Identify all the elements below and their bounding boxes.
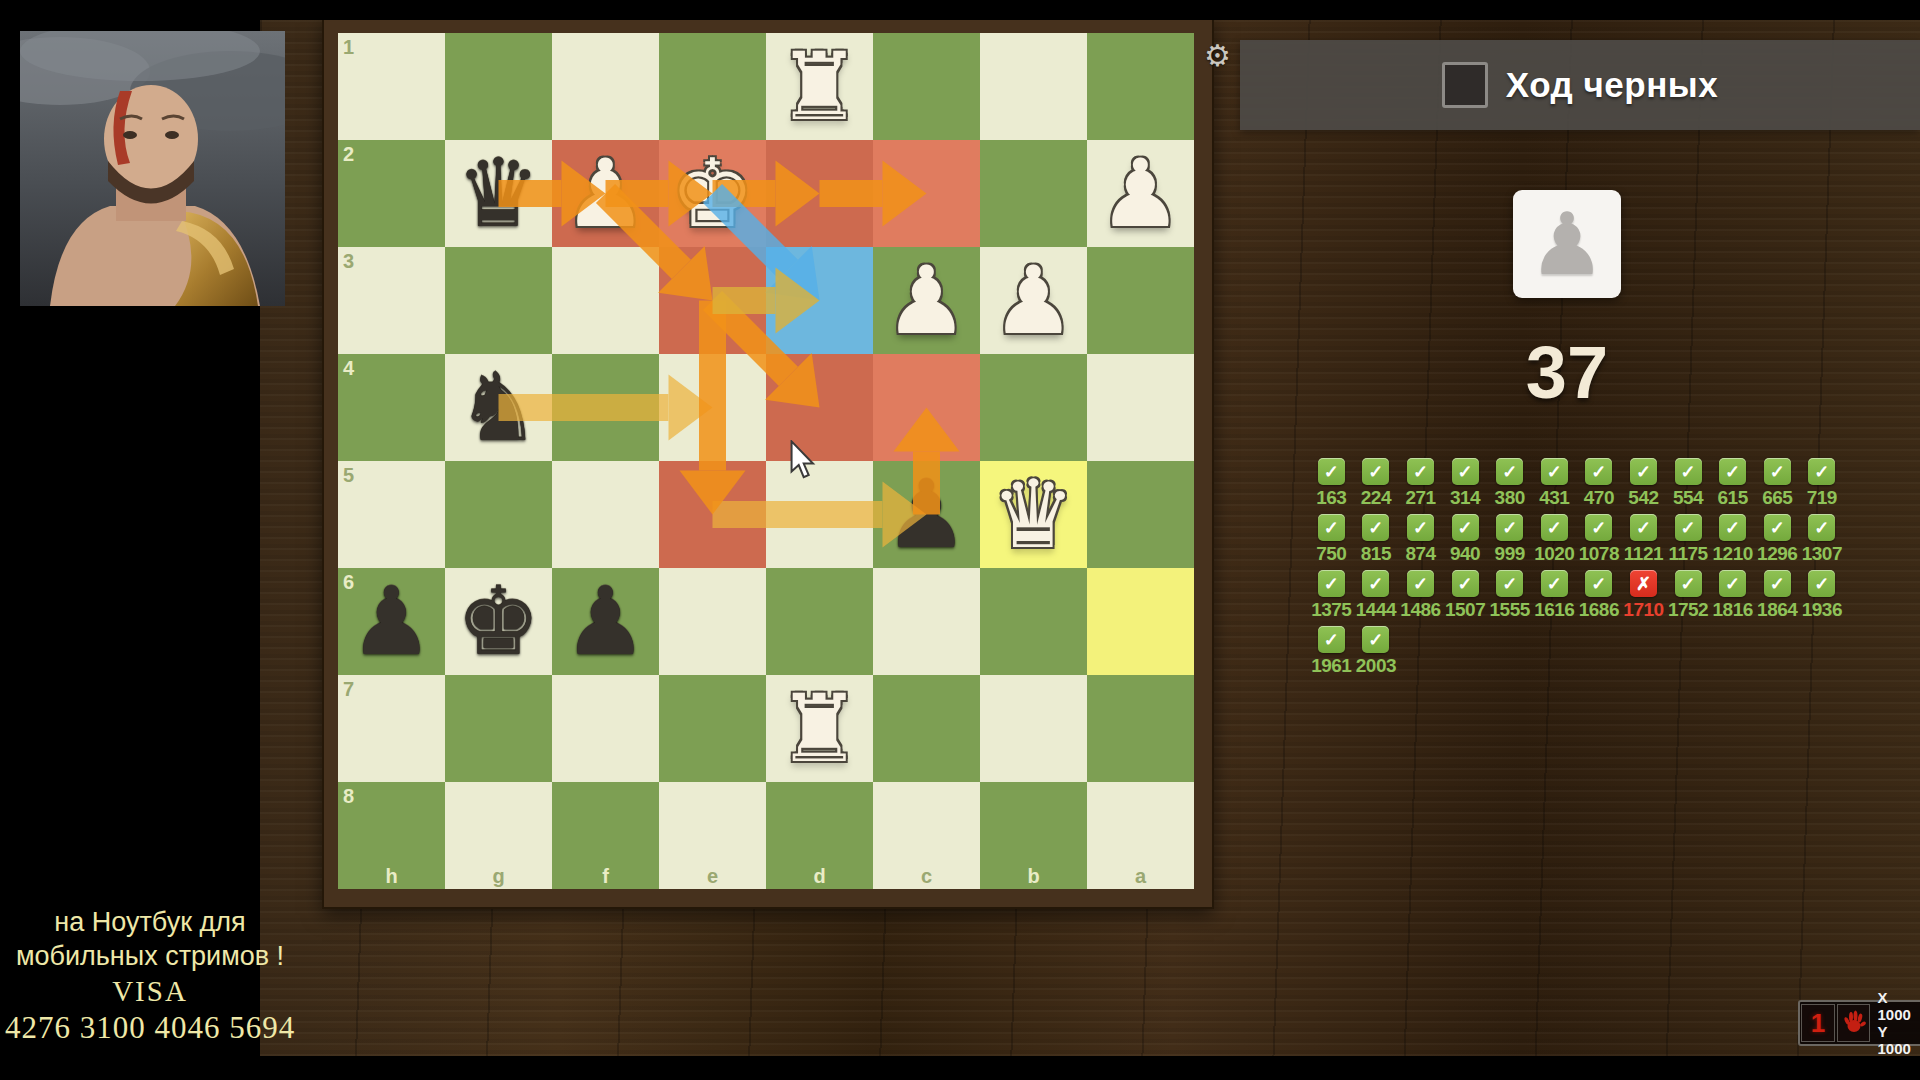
attempt-rating: 1375 [1311, 599, 1351, 621]
check-icon: ✓ [1407, 458, 1434, 485]
square-h7[interactable]: 7 [338, 675, 445, 782]
square-a5[interactable] [1087, 461, 1194, 568]
attempt-1816[interactable]: ✓1816 [1710, 570, 1755, 626]
black-turn-swatch [1442, 62, 1488, 108]
square-f1[interactable] [552, 33, 659, 140]
attempt-1210[interactable]: ✓1210 [1710, 514, 1755, 570]
donation-line-1: на Ноутбук для [0, 905, 300, 939]
attempt-1616[interactable]: ✓1616 [1532, 570, 1577, 626]
square-e8[interactable]: e [659, 782, 766, 889]
bottom-black-bar [0, 1056, 1920, 1080]
file-label-e: e [707, 865, 718, 888]
attempt-999[interactable]: ✓999 [1487, 514, 1532, 570]
attempt-rating: 163 [1316, 487, 1346, 509]
attempt-rating: 1710 [1623, 599, 1663, 621]
attempt-1864[interactable]: ✓1864 [1755, 570, 1800, 626]
square-a6[interactable] [1087, 568, 1194, 675]
square-a1[interactable] [1087, 33, 1194, 140]
square-b8[interactable]: b [980, 782, 1087, 889]
white-rook-d7[interactable]: ♜ [766, 675, 873, 782]
square-g4[interactable]: ♞ [445, 354, 552, 461]
square-a7[interactable] [1087, 675, 1194, 782]
attempt-314[interactable]: ✓314 [1443, 458, 1488, 514]
attempt-1175[interactable]: ✓1175 [1666, 514, 1711, 570]
square-g7[interactable] [445, 675, 552, 782]
check-icon: ✓ [1764, 514, 1791, 541]
attempt-1444[interactable]: ✓1444 [1354, 570, 1399, 626]
mouse-cursor [788, 440, 818, 480]
attempt-163[interactable]: ✓163 [1309, 458, 1354, 514]
check-icon: ✓ [1719, 570, 1746, 597]
square-f6[interactable]: ♟ [552, 568, 659, 675]
donation-line-2: мобильных стримов ! [0, 939, 300, 973]
white-pawn-f2[interactable]: ♟ [552, 140, 659, 247]
black-king-g6[interactable]: ♚ [445, 568, 552, 675]
attempt-rating: 1555 [1490, 599, 1530, 621]
square-b3[interactable]: ♟ [980, 247, 1087, 354]
attempt-rating: 1121 [1624, 543, 1663, 565]
file-label-g: g [492, 865, 504, 888]
check-icon: ✓ [1318, 626, 1345, 653]
square-c8[interactable]: c [873, 782, 980, 889]
streamer-avatar [20, 31, 285, 306]
square-b1[interactable] [980, 33, 1087, 140]
square-f2[interactable]: ♟ [552, 140, 659, 247]
square-g2[interactable]: ♛ [445, 140, 552, 247]
check-icon: ✓ [1585, 458, 1612, 485]
check-icon: ✓ [1318, 514, 1345, 541]
square-e5[interactable] [659, 461, 766, 568]
attempt-rating: 380 [1495, 487, 1525, 509]
gear-icon[interactable]: ⚙ [1204, 38, 1240, 74]
check-icon: ✓ [1362, 514, 1389, 541]
square-f4[interactable] [552, 354, 659, 461]
attempt-rating: 1507 [1445, 599, 1485, 621]
square-h4[interactable]: 4 [338, 354, 445, 461]
attempt-1936[interactable]: ✓1936 [1800, 570, 1845, 626]
attempt-1020[interactable]: ✓1020 [1532, 514, 1577, 570]
attempt-1507[interactable]: ✓1507 [1443, 570, 1488, 626]
check-icon: ✓ [1764, 570, 1791, 597]
file-label-f: f [602, 865, 609, 888]
square-c3[interactable]: ♟ [873, 247, 980, 354]
square-c6[interactable] [873, 568, 980, 675]
attempt-rating: 1078 [1579, 543, 1619, 565]
square-e6[interactable] [659, 568, 766, 675]
attempt-rating: 1816 [1713, 599, 1753, 621]
counter-y-label: Y 1000 [1877, 1023, 1919, 1057]
bloody-hand-icon [1837, 1004, 1871, 1042]
rank-label-3: 3 [343, 250, 354, 273]
rank-label-5: 5 [343, 464, 354, 487]
puzzle-piece-card: ♟ [1513, 190, 1621, 298]
file-label-a: a [1135, 865, 1146, 888]
square-d6[interactable] [766, 568, 873, 675]
square-d7[interactable]: ♜ [766, 675, 873, 782]
turn-indicator-bar: Ход черных [1240, 40, 1920, 130]
attempt-542[interactable]: ✓542 [1621, 458, 1666, 514]
attempt-1961[interactable]: ✓1961 [1309, 626, 1354, 682]
check-icon: ✓ [1808, 514, 1835, 541]
attempt-rating: 224 [1361, 487, 1391, 509]
attempt-874[interactable]: ✓874 [1398, 514, 1443, 570]
attempt-615[interactable]: ✓615 [1710, 458, 1755, 514]
attempt-rating: 874 [1405, 543, 1435, 565]
attempt-rating: 2003 [1356, 655, 1396, 677]
attempt-1752[interactable]: ✓1752 [1666, 570, 1711, 626]
counter-badge: 1 [1801, 1004, 1835, 1042]
attempt-1555[interactable]: ✓1555 [1487, 570, 1532, 626]
puzzle-attempts-grid: ✓163✓224✓271✓314✓380✓431✓470✓542✓554✓615… [1309, 458, 1844, 682]
square-d4[interactable] [766, 354, 873, 461]
attempt-rating: 940 [1450, 543, 1480, 565]
check-icon: ✓ [1630, 514, 1657, 541]
attempt-554[interactable]: ✓554 [1666, 458, 1711, 514]
square-b5[interactable]: ♛ [980, 461, 1087, 568]
attempt-rating: 470 [1584, 487, 1614, 509]
check-icon: ✓ [1452, 458, 1479, 485]
black-pawn-f6[interactable]: ♟ [552, 568, 659, 675]
check-icon: ✓ [1496, 458, 1523, 485]
attempt-rating: 665 [1762, 487, 1792, 509]
attempt-1078[interactable]: ✓1078 [1577, 514, 1622, 570]
black-knight-g4[interactable]: ♞ [445, 354, 552, 461]
attempt-rating: 1307 [1802, 543, 1842, 565]
attempt-1686[interactable]: ✓1686 [1577, 570, 1622, 626]
attempt-2003[interactable]: ✓2003 [1354, 626, 1399, 682]
attempt-1375[interactable]: ✓1375 [1309, 570, 1354, 626]
white-queen-b5[interactable]: ♛ [980, 461, 1087, 568]
attempt-665[interactable]: ✓665 [1755, 458, 1800, 514]
rank-label-6: 6 [343, 571, 354, 594]
attempt-rating: 271 [1405, 487, 1435, 509]
attempt-rating: 615 [1718, 487, 1748, 509]
rank-label-2: 2 [343, 143, 354, 166]
move-number: 37 [1467, 330, 1667, 415]
square-d1[interactable]: ♜ [766, 33, 873, 140]
check-icon: ✓ [1719, 514, 1746, 541]
square-g8[interactable]: g [445, 782, 552, 889]
square-e1[interactable] [659, 33, 766, 140]
square-g6[interactable]: ♚ [445, 568, 552, 675]
file-label-d: d [813, 865, 825, 888]
rank-label-1: 1 [343, 36, 354, 59]
square-h1[interactable]: 1 [338, 33, 445, 140]
black-queen-g2[interactable]: ♛ [445, 140, 552, 247]
square-e4[interactable] [659, 354, 766, 461]
attempt-1486[interactable]: ✓1486 [1398, 570, 1443, 626]
attempt-rating: 1020 [1534, 543, 1574, 565]
square-c1[interactable] [873, 33, 980, 140]
file-label-c: c [921, 865, 932, 888]
file-label-h: h [385, 865, 397, 888]
white-king-e2[interactable]: ♚ [659, 140, 766, 247]
check-icon: ✓ [1675, 514, 1702, 541]
counter-widget: 1 X 1000 Y 1000 [1798, 1000, 1920, 1046]
square-g5[interactable] [445, 461, 552, 568]
square-g1[interactable] [445, 33, 552, 140]
check-icon: ✓ [1541, 514, 1568, 541]
square-a2[interactable]: ♟ [1087, 140, 1194, 247]
check-icon: ✓ [1407, 570, 1434, 597]
check-icon: ✓ [1362, 570, 1389, 597]
check-icon: ✓ [1318, 458, 1345, 485]
square-f7[interactable] [552, 675, 659, 782]
attempt-rating: 314 [1450, 487, 1480, 509]
square-c2[interactable] [873, 140, 980, 247]
attempt-rating: 1296 [1757, 543, 1797, 565]
attempt-rating: 750 [1316, 543, 1346, 565]
attempt-rating: 815 [1361, 543, 1391, 565]
attempt-1710[interactable]: ✗1710 [1621, 570, 1666, 626]
attempt-815[interactable]: ✓815 [1354, 514, 1399, 570]
stream-frame: { "game": "chess", "position": { "fen": … [0, 0, 1920, 1080]
attempt-940[interactable]: ✓940 [1443, 514, 1488, 570]
square-e7[interactable] [659, 675, 766, 782]
square-d5[interactable] [766, 461, 873, 568]
left-black-column: на Ноутбук для мобильных стримов ! VISA … [0, 0, 260, 1080]
check-icon: ✓ [1675, 458, 1702, 485]
attempt-1307[interactable]: ✓1307 [1800, 514, 1845, 570]
rank-label-4: 4 [343, 357, 354, 380]
square-c7[interactable] [873, 675, 980, 782]
turn-label: Ход черных [1506, 65, 1718, 105]
attempt-1296[interactable]: ✓1296 [1755, 514, 1800, 570]
attempt-224[interactable]: ✓224 [1354, 458, 1399, 514]
check-icon: ✓ [1764, 458, 1791, 485]
donation-card-number: 4276 3100 4046 5694 [0, 1009, 300, 1047]
attempt-rating: 1175 [1668, 543, 1707, 565]
black-pawn-c5[interactable]: ♟ [873, 461, 980, 568]
check-icon: ✓ [1675, 570, 1702, 597]
counter-x-label: X 1000 [1877, 989, 1919, 1023]
check-icon: ✓ [1585, 570, 1612, 597]
square-d3[interactable] [766, 247, 873, 354]
square-h6[interactable]: 6♟ [338, 568, 445, 675]
check-icon: ✓ [1541, 458, 1568, 485]
square-a4[interactable] [1087, 354, 1194, 461]
fail-icon: ✗ [1630, 570, 1657, 597]
attempt-rating: 1444 [1356, 599, 1396, 621]
attempt-rating: 999 [1495, 543, 1525, 565]
check-icon: ✓ [1808, 570, 1835, 597]
attempt-719[interactable]: ✓719 [1800, 458, 1845, 514]
square-h5[interactable]: 5 [338, 461, 445, 568]
attempt-rating: 1752 [1668, 599, 1708, 621]
square-f5[interactable] [552, 461, 659, 568]
square-c4[interactable] [873, 354, 980, 461]
check-icon: ✓ [1585, 514, 1612, 541]
attempt-rating: 1486 [1400, 599, 1440, 621]
attempt-431[interactable]: ✓431 [1532, 458, 1577, 514]
check-icon: ✓ [1318, 570, 1345, 597]
square-e3[interactable] [659, 247, 766, 354]
attempt-rating: 1210 [1713, 543, 1753, 565]
square-c5[interactable]: ♟ [873, 461, 980, 568]
check-icon: ✓ [1362, 458, 1389, 485]
attempt-rating: 431 [1539, 487, 1569, 509]
rank-label-7: 7 [343, 678, 354, 701]
chess-board[interactable]: 1♜2♛♟♚♟3♟♟4♞5♟♛6♟♚♟7♜8hgfedcba [338, 33, 1194, 889]
square-h3[interactable]: 3 [338, 247, 445, 354]
square-a8[interactable]: a [1087, 782, 1194, 889]
square-f8[interactable]: f [552, 782, 659, 889]
square-b4[interactable] [980, 354, 1087, 461]
pawn-icon: ♟ [1528, 201, 1605, 287]
attempt-rating: 1616 [1534, 599, 1574, 621]
square-b2[interactable] [980, 140, 1087, 247]
square-d8[interactable]: d [766, 782, 873, 889]
check-icon: ✓ [1362, 626, 1389, 653]
square-f3[interactable] [552, 247, 659, 354]
check-icon: ✓ [1808, 458, 1835, 485]
attempt-750[interactable]: ✓750 [1309, 514, 1354, 570]
donation-text: на Ноутбук для мобильных стримов ! VISA … [0, 905, 300, 1047]
white-pawn-a2[interactable]: ♟ [1087, 140, 1194, 247]
donation-line-3: VISA [0, 973, 300, 1009]
rank-label-8: 8 [343, 785, 354, 808]
check-icon: ✓ [1541, 570, 1568, 597]
white-rook-d1[interactable]: ♜ [766, 33, 873, 140]
counter-badge-value: 1 [1811, 1008, 1825, 1039]
check-icon: ✓ [1452, 514, 1479, 541]
square-a3[interactable] [1087, 247, 1194, 354]
attempt-380[interactable]: ✓380 [1487, 458, 1532, 514]
attempt-rating: 554 [1673, 487, 1703, 509]
check-icon: ✓ [1496, 514, 1523, 541]
check-icon: ✓ [1407, 514, 1434, 541]
square-h2[interactable]: 2 [338, 140, 445, 247]
top-black-bar [260, 0, 1920, 20]
check-icon: ✓ [1630, 458, 1657, 485]
attempt-rating: 542 [1628, 487, 1658, 509]
square-h8[interactable]: 8h [338, 782, 445, 889]
attempt-271[interactable]: ✓271 [1398, 458, 1443, 514]
check-icon: ✓ [1452, 570, 1479, 597]
square-g3[interactable] [445, 247, 552, 354]
attempt-rating: 1961 [1311, 655, 1351, 677]
attempt-470[interactable]: ✓470 [1577, 458, 1622, 514]
white-pawn-b3[interactable]: ♟ [980, 247, 1087, 354]
square-d2[interactable] [766, 140, 873, 247]
square-e2[interactable]: ♚ [659, 140, 766, 247]
file-label-b: b [1027, 865, 1039, 888]
white-pawn-c3[interactable]: ♟ [873, 247, 980, 354]
attempt-1121[interactable]: ✓1121 [1621, 514, 1666, 570]
check-icon: ✓ [1496, 570, 1523, 597]
square-b6[interactable] [980, 568, 1087, 675]
square-b7[interactable] [980, 675, 1087, 782]
attempt-rating: 1864 [1757, 599, 1797, 621]
attempt-rating: 719 [1807, 487, 1837, 509]
attempt-rating: 1936 [1802, 599, 1842, 621]
check-icon: ✓ [1719, 458, 1746, 485]
attempt-rating: 1686 [1579, 599, 1619, 621]
